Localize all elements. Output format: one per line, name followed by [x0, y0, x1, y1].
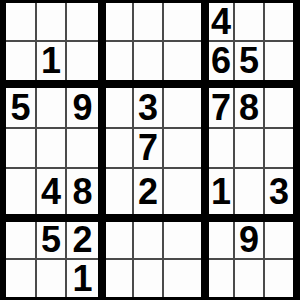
sudoku-cell-r1c4[interactable]: [106, 3, 132, 40]
sudoku-cell-r1c3[interactable]: [67, 3, 98, 40]
sudoku-cell-r2c4[interactable]: [106, 42, 132, 80]
sudoku-cell-r7c2[interactable]: [37, 260, 65, 297]
sudoku-cell-r1c1[interactable]: [6, 3, 35, 40]
sudoku-cell-r7c9[interactable]: [265, 260, 293, 297]
sudoku-cell-r4c7[interactable]: [209, 129, 233, 167]
sudoku-cell-r2c7[interactable]: 6: [209, 42, 233, 80]
sudoku-cell-r1c9[interactable]: [265, 3, 293, 40]
sudoku-cell-r4c6[interactable]: [164, 129, 201, 167]
sudoku-cell-r6c7[interactable]: [209, 222, 233, 258]
thin-gridline-vertical: [65, 88, 67, 214]
thin-gridline-vertical: [233, 88, 235, 214]
sudoku-cell-r4c2[interactable]: [37, 129, 65, 167]
sudoku-cell-r4c4[interactable]: [106, 129, 132, 167]
thin-gridline-horizontal: [209, 258, 293, 260]
sudoku-cell-r6c1[interactable]: [6, 222, 35, 258]
sudoku-cell-r3c8[interactable]: 8: [235, 88, 263, 127]
thin-gridline-horizontal: [209, 167, 293, 169]
sudoku-cell-r3c7[interactable]: 7: [209, 88, 233, 127]
sudoku-cell-r2c1[interactable]: [6, 42, 35, 80]
sudoku-cell-r1c5[interactable]: [134, 3, 162, 40]
sudoku-cell-r6c3[interactable]: 2: [67, 222, 98, 258]
thin-gridline-horizontal: [106, 127, 201, 129]
sudoku-cell-r7c7[interactable]: [209, 260, 233, 297]
sudoku-cell-r5c7[interactable]: 1: [209, 169, 233, 214]
sudoku-cell-r5c6[interactable]: [164, 169, 201, 214]
sudoku-cell-r6c2[interactable]: 5: [37, 222, 65, 258]
thin-gridline-horizontal: [6, 167, 98, 169]
sudoku-cell-r2c8[interactable]: 5: [235, 42, 263, 80]
thin-gridline-horizontal: [106, 40, 201, 42]
sudoku-board: 4165593787482135291: [0, 0, 300, 300]
sudoku-cell-r1c8[interactable]: [235, 3, 263, 40]
sudoku-cell-r2c5[interactable]: [134, 42, 162, 80]
sudoku-cell-r3c6[interactable]: [164, 88, 201, 127]
sudoku-cell-r4c9[interactable]: [265, 129, 293, 167]
thin-gridline-horizontal: [6, 127, 98, 129]
sudoku-cell-r7c8[interactable]: [235, 260, 263, 297]
sudoku-cell-r5c4[interactable]: [106, 169, 132, 214]
sudoku-cell-r4c3[interactable]: [67, 129, 98, 167]
thin-gridline-vertical: [35, 88, 37, 214]
thin-gridline-horizontal: [106, 167, 201, 169]
thin-gridline-horizontal: [6, 258, 98, 260]
thin-gridline-horizontal: [209, 127, 293, 129]
sudoku-cell-r4c5[interactable]: 7: [134, 129, 162, 167]
sudoku-cell-r3c5[interactable]: 3: [134, 88, 162, 127]
sudoku-cell-r3c4[interactable]: [106, 88, 132, 127]
thin-gridline-vertical: [263, 88, 265, 214]
sudoku-cell-r2c9[interactable]: [265, 42, 293, 80]
sudoku-cell-r6c6[interactable]: [164, 222, 201, 258]
sudoku-cell-r5c8[interactable]: [235, 169, 263, 214]
sudoku-cell-r6c5[interactable]: [134, 222, 162, 258]
sudoku-cell-r2c2[interactable]: 1: [37, 42, 65, 80]
sudoku-cell-r6c8[interactable]: 9: [235, 222, 263, 258]
thin-gridline-vertical: [162, 88, 164, 214]
sudoku-cell-r6c4[interactable]: [106, 222, 132, 258]
thin-gridline-horizontal: [209, 40, 293, 42]
sudoku-cell-r3c3[interactable]: 9: [67, 88, 98, 127]
sudoku-cell-r3c1[interactable]: 5: [6, 88, 35, 127]
sudoku-cell-r5c1[interactable]: [6, 169, 35, 214]
sudoku-cell-r7c1[interactable]: [6, 260, 35, 297]
sudoku-cell-r1c2[interactable]: [37, 3, 65, 40]
sudoku-cell-r6c9[interactable]: [265, 222, 293, 258]
thin-gridline-vertical: [132, 88, 134, 214]
sudoku-cell-r3c9[interactable]: [265, 88, 293, 127]
sudoku-cell-r5c5[interactable]: 2: [134, 169, 162, 214]
sudoku-cell-r2c3[interactable]: [67, 42, 98, 80]
sudoku-cell-r1c7[interactable]: 4: [209, 3, 233, 40]
thin-gridline-horizontal: [6, 40, 98, 42]
thin-gridline-horizontal: [106, 258, 201, 260]
sudoku-cell-r2c6[interactable]: [164, 42, 201, 80]
sudoku-cell-r5c2[interactable]: 4: [37, 169, 65, 214]
sudoku-cell-r3c2[interactable]: [37, 88, 65, 127]
sudoku-cell-r7c3[interactable]: 1: [67, 260, 98, 297]
sudoku-cell-r5c3[interactable]: 8: [67, 169, 98, 214]
sudoku-cell-r4c8[interactable]: [235, 129, 263, 167]
sudoku-cell-r5c9[interactable]: 3: [265, 169, 293, 214]
sudoku-cell-r7c5[interactable]: [134, 260, 162, 297]
sudoku-cell-r4c1[interactable]: [6, 129, 35, 167]
sudoku-cell-r1c6[interactable]: [164, 3, 201, 40]
sudoku-cell-r7c4[interactable]: [106, 260, 132, 297]
sudoku-cell-r7c6[interactable]: [164, 260, 201, 297]
